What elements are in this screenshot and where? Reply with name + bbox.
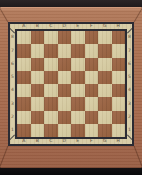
file-label-bottom-a: A: [17, 139, 31, 144]
square-c6[interactable]: [44, 58, 58, 71]
square-b8[interactable]: [31, 31, 45, 44]
file-label-bottom-e: E: [71, 139, 85, 144]
square-d4[interactable]: [58, 84, 72, 97]
square-e5[interactable]: [71, 71, 85, 84]
rank-labels-right: 87654321: [127, 31, 132, 137]
square-d1[interactable]: [58, 124, 72, 137]
square-a1[interactable]: [17, 124, 31, 137]
square-a8[interactable]: [17, 31, 31, 44]
square-f7[interactable]: [85, 44, 99, 57]
square-g8[interactable]: [98, 31, 112, 44]
square-b3[interactable]: [31, 97, 45, 110]
square-b1[interactable]: [31, 124, 45, 137]
square-c1[interactable]: [44, 124, 58, 137]
rank-label-right-2: 2: [127, 111, 132, 124]
file-label-bottom-f: F: [85, 139, 99, 144]
square-e8[interactable]: [71, 31, 85, 44]
file-label-bottom-h: H: [112, 139, 126, 144]
frame-miter-seam: [134, 146, 142, 167]
rank-label-right-3: 3: [127, 97, 132, 110]
square-f3[interactable]: [85, 97, 99, 110]
square-a6[interactable]: [17, 58, 31, 71]
rank-label-right-8: 8: [127, 31, 132, 44]
square-c4[interactable]: [44, 84, 58, 97]
frame-miter-seam: [0, 146, 8, 167]
square-f1[interactable]: [85, 124, 99, 137]
file-labels-bottom: ABCDEFGH: [17, 139, 125, 144]
square-e7[interactable]: [71, 44, 85, 57]
square-f5[interactable]: [85, 71, 99, 84]
square-h6[interactable]: [112, 58, 126, 71]
square-e3[interactable]: [71, 97, 85, 110]
square-c5[interactable]: [44, 71, 58, 84]
square-e1[interactable]: [71, 124, 85, 137]
square-b7[interactable]: [31, 44, 45, 57]
rank-label-right-5: 5: [127, 71, 132, 84]
square-h7[interactable]: [112, 44, 126, 57]
coordinate-border: ABCDEFGH ABCDEFGH 87654321 87654321: [8, 22, 134, 146]
rank-label-right-4: 4: [127, 84, 132, 97]
square-h2[interactable]: [112, 111, 126, 124]
rank-label-right-7: 7: [127, 44, 132, 57]
square-d3[interactable]: [58, 97, 72, 110]
square-d2[interactable]: [58, 111, 72, 124]
square-d5[interactable]: [58, 71, 72, 84]
square-a2[interactable]: [17, 111, 31, 124]
table-shadow: [0, 167, 142, 175]
square-f2[interactable]: [85, 111, 99, 124]
square-g5[interactable]: [98, 71, 112, 84]
square-g7[interactable]: [98, 44, 112, 57]
square-c7[interactable]: [44, 44, 58, 57]
square-d7[interactable]: [58, 44, 72, 57]
square-g3[interactable]: [98, 97, 112, 110]
square-f4[interactable]: [85, 84, 99, 97]
square-g1[interactable]: [98, 124, 112, 137]
square-b4[interactable]: [31, 84, 45, 97]
square-c2[interactable]: [44, 111, 58, 124]
square-h5[interactable]: [112, 71, 126, 84]
square-h8[interactable]: [112, 31, 126, 44]
square-h4[interactable]: [112, 84, 126, 97]
file-label-bottom-g: G: [98, 139, 112, 144]
frame-miter-seam: [0, 8, 8, 22]
rank-label-right-6: 6: [127, 58, 132, 71]
file-label-bottom-b: B: [31, 139, 45, 144]
board-frame: ABCDEFGH ABCDEFGH 87654321 87654321: [0, 7, 142, 168]
file-label-bottom-c: C: [44, 139, 58, 144]
square-e4[interactable]: [71, 84, 85, 97]
square-b5[interactable]: [31, 71, 45, 84]
square-c3[interactable]: [44, 97, 58, 110]
square-d8[interactable]: [58, 31, 72, 44]
square-f6[interactable]: [85, 58, 99, 71]
board: [15, 29, 127, 139]
square-g2[interactable]: [98, 111, 112, 124]
square-h1[interactable]: [112, 124, 126, 137]
square-c8[interactable]: [44, 31, 58, 44]
frame-miter-seam: [134, 8, 142, 22]
square-a5[interactable]: [17, 71, 31, 84]
square-e6[interactable]: [71, 58, 85, 71]
square-e2[interactable]: [71, 111, 85, 124]
rank-label-right-1: 1: [127, 124, 132, 137]
square-g6[interactable]: [98, 58, 112, 71]
file-label-bottom-d: D: [58, 139, 72, 144]
square-b2[interactable]: [31, 111, 45, 124]
square-b6[interactable]: [31, 58, 45, 71]
square-g4[interactable]: [98, 84, 112, 97]
square-d6[interactable]: [58, 58, 72, 71]
chessboard-photo: ABCDEFGH ABCDEFGH 87654321 87654321: [0, 0, 142, 175]
square-a3[interactable]: [17, 97, 31, 110]
square-f8[interactable]: [85, 31, 99, 44]
square-a4[interactable]: [17, 84, 31, 97]
square-h3[interactable]: [112, 97, 126, 110]
square-a7[interactable]: [17, 44, 31, 57]
